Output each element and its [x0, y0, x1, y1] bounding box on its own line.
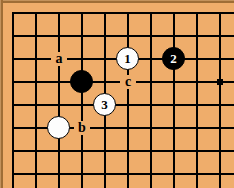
go-stone-black-move-2: 2: [162, 47, 185, 70]
board-frame-top-inner: [0, 1, 234, 3]
grid-line-horizontal: [12, 104, 234, 106]
star-point-marker: [217, 79, 223, 85]
point-label-b: b: [74, 121, 90, 135]
go-stone-black: [70, 70, 93, 93]
grid-line-vertical: [58, 12, 60, 188]
grid-line-horizontal: [12, 12, 234, 14]
grid-line-vertical: [127, 12, 129, 188]
grid-line-vertical: [81, 12, 83, 188]
grid-line-vertical: [219, 12, 221, 188]
go-stone-white-move-1: 1: [116, 47, 139, 70]
grid-line-vertical: [35, 12, 37, 188]
go-stone-white-move-3: 3: [93, 93, 116, 116]
go-board-diagram: acb123: [0, 0, 234, 188]
point-label-c: c: [120, 75, 136, 89]
grid-line-horizontal: [12, 150, 234, 152]
go-stone-white: [47, 116, 70, 139]
grid-line-vertical: [150, 12, 152, 188]
grid-line-vertical: [12, 12, 14, 188]
grid-line-vertical: [173, 12, 175, 188]
grid-line-horizontal: [12, 35, 234, 37]
point-label-a: a: [51, 52, 67, 66]
grid-line-horizontal: [12, 173, 234, 175]
board-frame-left-inner: [1, 0, 3, 188]
grid-line-vertical: [196, 12, 198, 188]
grid-line-horizontal: [12, 127, 234, 129]
